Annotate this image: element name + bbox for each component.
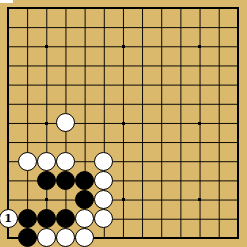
intersection xyxy=(37,0,56,18)
intersection xyxy=(37,152,56,171)
white-stone xyxy=(56,228,75,247)
intersection xyxy=(152,190,171,209)
intersection xyxy=(75,0,94,18)
intersection xyxy=(190,209,209,228)
black-stone xyxy=(18,209,37,228)
intersection xyxy=(18,37,37,56)
intersection xyxy=(18,152,37,171)
intersection xyxy=(18,94,37,113)
intersection xyxy=(18,113,37,132)
black-stone xyxy=(37,171,56,190)
black-stone xyxy=(56,209,75,228)
intersection xyxy=(152,152,171,171)
intersection xyxy=(0,190,18,209)
intersection xyxy=(37,18,56,37)
intersection xyxy=(133,0,152,18)
intersection xyxy=(133,171,152,190)
intersection xyxy=(228,209,247,228)
intersection xyxy=(113,94,132,113)
intersection xyxy=(171,113,190,132)
intersection xyxy=(228,37,247,56)
intersection xyxy=(228,94,247,113)
intersection xyxy=(94,209,113,228)
intersection xyxy=(94,113,113,132)
white-stone xyxy=(56,113,75,132)
intersection xyxy=(209,37,228,56)
intersection xyxy=(133,18,152,37)
intersection xyxy=(75,56,94,75)
intersection xyxy=(113,152,132,171)
intersection xyxy=(228,133,247,152)
intersection xyxy=(94,18,113,37)
intersection xyxy=(75,228,94,247)
intersection xyxy=(171,228,190,247)
intersection xyxy=(0,152,18,171)
intersection xyxy=(75,113,94,132)
white-stone xyxy=(94,209,113,228)
intersection xyxy=(228,171,247,190)
intersection xyxy=(209,0,228,18)
intersection xyxy=(75,190,94,209)
intersection xyxy=(56,56,75,75)
intersection xyxy=(228,18,247,37)
intersection xyxy=(0,171,18,190)
intersection xyxy=(133,152,152,171)
intersection xyxy=(56,18,75,37)
intersection xyxy=(190,56,209,75)
intersection xyxy=(0,94,18,113)
intersection xyxy=(190,37,209,56)
intersection xyxy=(190,133,209,152)
intersection xyxy=(37,113,56,132)
intersection xyxy=(133,94,152,113)
intersection xyxy=(133,56,152,75)
intersection xyxy=(18,18,37,37)
intersection xyxy=(94,94,113,113)
intersection xyxy=(94,75,113,94)
black-stone xyxy=(75,171,94,190)
intersection xyxy=(190,0,209,18)
intersection xyxy=(152,37,171,56)
white-stone xyxy=(75,228,94,247)
intersection xyxy=(37,56,56,75)
intersection xyxy=(171,209,190,228)
intersection xyxy=(0,133,18,152)
intersection xyxy=(209,75,228,94)
intersection xyxy=(56,0,75,18)
intersection xyxy=(56,171,75,190)
intersection xyxy=(37,75,56,94)
intersection xyxy=(209,228,228,247)
intersection xyxy=(209,171,228,190)
intersection xyxy=(228,152,247,171)
intersection xyxy=(152,56,171,75)
intersection xyxy=(209,152,228,171)
intersection xyxy=(18,228,37,247)
intersection xyxy=(133,228,152,247)
intersection xyxy=(190,228,209,247)
intersection xyxy=(133,37,152,56)
intersection xyxy=(113,56,132,75)
intersection xyxy=(190,94,209,113)
move-number-label: 1 xyxy=(4,213,12,224)
intersection xyxy=(75,37,94,56)
intersection xyxy=(56,190,75,209)
intersection xyxy=(113,18,132,37)
intersection xyxy=(75,18,94,37)
intersection xyxy=(171,0,190,18)
intersection xyxy=(37,133,56,152)
intersection xyxy=(209,56,228,75)
intersection xyxy=(171,190,190,209)
white-stone xyxy=(18,152,37,171)
intersection xyxy=(37,94,56,113)
intersection xyxy=(209,133,228,152)
intersection xyxy=(228,75,247,94)
intersection xyxy=(171,171,190,190)
intersection xyxy=(37,37,56,56)
intersection xyxy=(0,113,18,132)
intersection xyxy=(152,171,171,190)
intersection xyxy=(113,75,132,94)
intersection xyxy=(171,94,190,113)
intersection xyxy=(56,94,75,113)
intersection xyxy=(37,209,56,228)
intersection xyxy=(0,228,18,247)
intersection xyxy=(75,171,94,190)
white-stone xyxy=(37,228,56,247)
intersection xyxy=(209,113,228,132)
intersection xyxy=(0,37,18,56)
intersection xyxy=(228,56,247,75)
intersection xyxy=(171,133,190,152)
intersection xyxy=(190,75,209,94)
intersection xyxy=(75,152,94,171)
intersection xyxy=(152,228,171,247)
intersection xyxy=(171,56,190,75)
intersection xyxy=(152,94,171,113)
intersection: 1 xyxy=(0,209,18,228)
stones-layer: 1 xyxy=(0,0,247,247)
intersection xyxy=(18,0,37,18)
intersection xyxy=(190,190,209,209)
intersection xyxy=(18,209,37,228)
intersection xyxy=(0,18,18,37)
intersection xyxy=(133,133,152,152)
intersection xyxy=(113,209,132,228)
intersection xyxy=(94,171,113,190)
intersection xyxy=(152,113,171,132)
intersection xyxy=(18,133,37,152)
intersection xyxy=(209,209,228,228)
black-stone xyxy=(56,171,75,190)
intersection xyxy=(18,75,37,94)
intersection xyxy=(228,228,247,247)
intersection xyxy=(0,75,18,94)
intersection xyxy=(56,152,75,171)
intersection xyxy=(228,190,247,209)
white-stone xyxy=(94,190,113,209)
intersection xyxy=(152,75,171,94)
intersection xyxy=(113,37,132,56)
intersection xyxy=(113,113,132,132)
intersection xyxy=(18,56,37,75)
intersection xyxy=(113,228,132,247)
intersection xyxy=(113,190,132,209)
white-stone xyxy=(56,152,75,171)
intersection xyxy=(37,228,56,247)
intersection xyxy=(94,0,113,18)
black-stone xyxy=(37,209,56,228)
intersection xyxy=(152,18,171,37)
intersection xyxy=(190,113,209,132)
intersection xyxy=(228,113,247,132)
intersection xyxy=(190,18,209,37)
intersection xyxy=(94,228,113,247)
intersection xyxy=(113,171,132,190)
intersection xyxy=(94,133,113,152)
intersection xyxy=(171,152,190,171)
intersection xyxy=(75,209,94,228)
intersection xyxy=(152,0,171,18)
intersection xyxy=(209,18,228,37)
intersection xyxy=(56,209,75,228)
intersection xyxy=(56,75,75,94)
black-stone xyxy=(75,190,94,209)
go-board-diagram: 1 xyxy=(0,0,247,247)
intersection xyxy=(133,209,152,228)
intersection xyxy=(171,37,190,56)
intersection xyxy=(94,37,113,56)
intersection xyxy=(133,190,152,209)
intersection xyxy=(152,209,171,228)
white-stone xyxy=(94,152,113,171)
intersection xyxy=(113,0,132,18)
white-stone xyxy=(94,171,113,190)
intersection xyxy=(152,133,171,152)
intersection xyxy=(94,190,113,209)
intersection xyxy=(0,0,18,18)
white-stone xyxy=(75,209,94,228)
intersection xyxy=(94,56,113,75)
intersection xyxy=(56,228,75,247)
white-stone-move-1: 1 xyxy=(0,209,18,228)
intersection xyxy=(18,190,37,209)
intersection xyxy=(0,56,18,75)
intersection xyxy=(171,75,190,94)
intersection xyxy=(133,75,152,94)
intersection xyxy=(75,94,94,113)
intersection xyxy=(18,171,37,190)
white-stone xyxy=(37,152,56,171)
intersection xyxy=(190,152,209,171)
intersection xyxy=(190,171,209,190)
intersection xyxy=(37,190,56,209)
intersection xyxy=(75,133,94,152)
intersection xyxy=(56,113,75,132)
intersection xyxy=(133,113,152,132)
intersection xyxy=(75,75,94,94)
intersection xyxy=(228,0,247,18)
intersection xyxy=(56,37,75,56)
intersection xyxy=(209,190,228,209)
intersection xyxy=(113,133,132,152)
intersection xyxy=(209,94,228,113)
intersection xyxy=(171,18,190,37)
black-stone xyxy=(18,228,37,247)
intersection xyxy=(94,152,113,171)
intersection xyxy=(37,171,56,190)
intersection xyxy=(56,133,75,152)
